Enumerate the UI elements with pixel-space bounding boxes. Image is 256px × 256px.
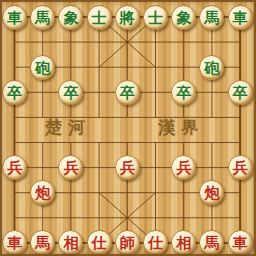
piece-glyph: 相 <box>63 236 78 251</box>
piece-glyph: 炮 <box>204 186 219 201</box>
piece-glyph: 兵 <box>7 161 22 176</box>
piece-black-advisor[interactable]: 士 <box>87 5 112 30</box>
piece-black-horse[interactable]: 馬 <box>30 5 55 30</box>
piece-black-soldier[interactable]: 卒 <box>228 80 253 105</box>
piece-glyph: 將 <box>120 10 135 25</box>
piece-glyph: 車 <box>233 10 248 25</box>
piece-red-advisor[interactable]: 仕 <box>87 230 112 255</box>
piece-glyph: 兵 <box>63 161 78 176</box>
piece-glyph: 炮 <box>35 186 50 201</box>
piece-glyph: 師 <box>120 236 135 251</box>
river-label-left: 楚河 <box>45 117 91 137</box>
piece-glyph: 仕 <box>92 236 107 251</box>
piece-glyph: 相 <box>176 236 191 251</box>
board-grid <box>0 0 256 256</box>
piece-black-chariot[interactable]: 車 <box>228 5 253 30</box>
piece-black-elephant[interactable]: 象 <box>171 5 196 30</box>
piece-black-cannon[interactable]: 砲 <box>30 55 55 80</box>
river-label-right: 漢界 <box>158 117 204 137</box>
piece-glyph: 馬 <box>204 10 219 25</box>
piece-black-chariot[interactable]: 車 <box>2 5 27 30</box>
piece-glyph: 卒 <box>120 85 135 100</box>
piece-glyph: 車 <box>233 236 248 251</box>
piece-glyph: 兵 <box>233 161 248 176</box>
piece-glyph: 馬 <box>204 236 219 251</box>
piece-black-horse[interactable]: 馬 <box>199 5 224 30</box>
piece-glyph: 砲 <box>35 60 50 75</box>
piece-red-soldier[interactable]: 兵 <box>228 155 253 180</box>
piece-glyph: 馬 <box>35 236 50 251</box>
piece-black-advisor[interactable]: 士 <box>143 5 168 30</box>
piece-black-soldier[interactable]: 卒 <box>171 80 196 105</box>
piece-glyph: 象 <box>176 10 191 25</box>
piece-black-general[interactable]: 將 <box>115 5 140 30</box>
piece-glyph: 兵 <box>120 161 135 176</box>
piece-glyph: 象 <box>63 10 78 25</box>
piece-red-chariot[interactable]: 車 <box>228 230 253 255</box>
piece-red-soldier[interactable]: 兵 <box>115 155 140 180</box>
piece-black-cannon[interactable]: 砲 <box>199 55 224 80</box>
piece-glyph: 仕 <box>148 236 163 251</box>
piece-glyph: 士 <box>92 10 107 25</box>
piece-red-soldier[interactable]: 兵 <box>2 155 27 180</box>
piece-black-soldier[interactable]: 卒 <box>2 80 27 105</box>
piece-glyph: 卒 <box>233 85 248 100</box>
piece-black-elephant[interactable]: 象 <box>58 5 83 30</box>
piece-black-soldier[interactable]: 卒 <box>115 80 140 105</box>
piece-glyph: 卒 <box>63 85 78 100</box>
piece-glyph: 士 <box>148 10 163 25</box>
piece-glyph: 卒 <box>176 85 191 100</box>
piece-glyph: 砲 <box>204 60 219 75</box>
piece-glyph: 車 <box>7 236 22 251</box>
piece-glyph: 兵 <box>176 161 191 176</box>
piece-glyph: 卒 <box>7 85 22 100</box>
xiangqi-board: 楚河 漢界 車馬象士將士象馬車砲砲卒卒卒卒卒兵兵兵兵兵炮炮車馬相仕師仕相馬車 <box>0 0 256 256</box>
piece-glyph: 車 <box>7 10 22 25</box>
piece-glyph: 馬 <box>35 10 50 25</box>
